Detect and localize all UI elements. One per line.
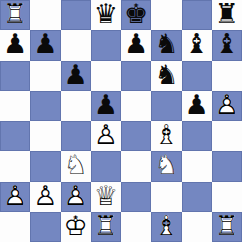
square-g2[interactable] [182,182,212,212]
black-pawn-glyph: ♟ [124,30,148,59]
square-h6[interactable] [212,61,242,91]
square-g3[interactable] [182,151,212,181]
piece-black-pawn[interactable]: ♟ [30,30,60,60]
square-e5[interactable] [121,91,151,121]
square-d3[interactable] [91,151,121,181]
black-pawn-glyph: ♟ [185,91,209,120]
piece-black-rook[interactable]: ♜ [212,0,242,30]
square-d7[interactable] [91,30,121,60]
square-a2[interactable]: ♟♙ [0,182,30,212]
piece-black-pawn[interactable]: ♟ [121,30,151,60]
piece-white-bishop[interactable]: ♝♗ [151,212,181,242]
piece-white-pawn[interactable]: ♟♙ [91,121,121,151]
square-g5[interactable]: ♟ [182,91,212,121]
square-d8[interactable]: ♛ [91,0,121,30]
black-pawn-glyph: ♟ [94,91,118,120]
square-f6[interactable]: ♞ [151,61,181,91]
square-c8[interactable] [61,0,91,30]
piece-black-queen[interactable]: ♛ [91,0,121,30]
chess-board: ♜♖♛♚♜♟♟♟♞♝♝♟♞♟♟♟♙♟♙♝♗♞♘♞♘♟♙♟♙♟♙♛♕♚♔♜♖♝♗♜… [0,0,242,242]
square-c7[interactable] [61,30,91,60]
square-c3[interactable]: ♞♘ [61,151,91,181]
square-d4[interactable]: ♟♙ [91,121,121,151]
square-e2[interactable] [121,182,151,212]
square-h8[interactable]: ♜ [212,0,242,30]
white-pawn-outline-glyph: ♙ [3,182,27,211]
square-a7[interactable]: ♟ [0,30,30,60]
black-king-glyph: ♚ [124,0,148,29]
square-h1[interactable]: ♜♖ [212,212,242,242]
square-b5[interactable] [30,91,60,121]
square-a3[interactable] [0,151,30,181]
white-pawn-outline-glyph: ♙ [94,121,118,150]
square-b8[interactable] [30,0,60,30]
square-a8[interactable]: ♜♖ [0,0,30,30]
square-d2[interactable]: ♛♕ [91,182,121,212]
piece-black-king[interactable]: ♚ [121,0,151,30]
square-f7[interactable]: ♞ [151,30,181,60]
square-g6[interactable] [182,61,212,91]
square-e7[interactable]: ♟ [121,30,151,60]
piece-white-knight[interactable]: ♞♘ [61,151,91,181]
black-pawn-glyph: ♟ [33,30,57,59]
piece-white-pawn[interactable]: ♟♙ [61,182,91,212]
square-e8[interactable]: ♚ [121,0,151,30]
white-pawn-outline-glyph: ♙ [64,182,88,211]
piece-black-knight[interactable]: ♞ [151,30,181,60]
square-c1[interactable]: ♚♔ [61,212,91,242]
piece-black-bishop[interactable]: ♝ [182,30,212,60]
square-b3[interactable] [30,151,60,181]
white-rook-outline-glyph: ♖ [94,212,118,241]
square-g4[interactable] [182,121,212,151]
square-e1[interactable] [121,212,151,242]
square-g1[interactable] [182,212,212,242]
square-e3[interactable] [121,151,151,181]
square-h7[interactable]: ♝ [212,30,242,60]
piece-white-knight[interactable]: ♞♘ [151,151,181,181]
black-knight-glyph: ♞ [154,30,178,59]
piece-white-pawn[interactable]: ♟♙ [30,182,60,212]
square-f8[interactable] [151,0,181,30]
square-b2[interactable]: ♟♙ [30,182,60,212]
piece-white-king[interactable]: ♚♔ [61,212,91,242]
black-knight-glyph: ♞ [154,61,178,90]
square-g8[interactable] [182,0,212,30]
piece-white-pawn[interactable]: ♟♙ [0,182,30,212]
square-e4[interactable] [121,121,151,151]
white-king-outline-glyph: ♔ [64,212,88,241]
square-f5[interactable] [151,91,181,121]
square-a1[interactable] [0,212,30,242]
piece-black-pawn[interactable]: ♟ [91,91,121,121]
black-bishop-glyph: ♝ [215,30,239,59]
black-queen-glyph: ♛ [94,0,118,29]
square-h4[interactable] [212,121,242,151]
piece-white-bishop[interactable]: ♝♗ [151,121,181,151]
square-b6[interactable] [30,61,60,91]
piece-black-bishop[interactable]: ♝ [212,30,242,60]
square-e6[interactable] [121,61,151,91]
white-pawn-outline-glyph: ♙ [215,91,239,120]
black-rook-glyph: ♜ [215,0,239,29]
square-a6[interactable] [0,61,30,91]
white-rook-outline-glyph: ♖ [215,212,239,241]
square-h3[interactable] [212,151,242,181]
square-b1[interactable] [30,212,60,242]
white-queen-outline-glyph: ♕ [94,182,118,211]
square-c2[interactable]: ♟♙ [61,182,91,212]
square-h2[interactable] [212,182,242,212]
square-d6[interactable] [91,61,121,91]
square-g7[interactable]: ♝ [182,30,212,60]
square-a5[interactable] [0,91,30,121]
square-a4[interactable] [0,121,30,151]
square-d5[interactable]: ♟ [91,91,121,121]
piece-white-rook[interactable]: ♜♖ [91,212,121,242]
black-pawn-glyph: ♟ [64,61,88,90]
square-f2[interactable] [151,182,181,212]
chess-board-container: ♜♖♛♚♜♟♟♟♞♝♝♟♞♟♟♟♙♟♙♝♗♞♘♞♘♟♙♟♙♟♙♛♕♚♔♜♖♝♗♜… [0,0,242,242]
piece-white-pawn[interactable]: ♟♙ [212,91,242,121]
white-bishop-outline-glyph: ♗ [154,121,178,150]
square-b4[interactable] [30,121,60,151]
piece-black-knight[interactable]: ♞ [151,61,181,91]
piece-black-pawn[interactable]: ♟ [182,91,212,121]
white-bishop-outline-glyph: ♗ [154,212,178,241]
square-b7[interactable]: ♟ [30,30,60,60]
square-c6[interactable]: ♟ [61,61,91,91]
black-bishop-glyph: ♝ [185,30,209,59]
square-f1[interactable]: ♝♗ [151,212,181,242]
white-knight-outline-glyph: ♘ [154,151,178,180]
square-d1[interactable]: ♜♖ [91,212,121,242]
square-c4[interactable] [61,121,91,151]
white-rook-outline-glyph: ♖ [3,0,27,29]
piece-black-pawn[interactable]: ♟ [0,30,30,60]
piece-white-rook[interactable]: ♜♖ [212,212,242,242]
square-f3[interactable]: ♞♘ [151,151,181,181]
piece-black-pawn[interactable]: ♟ [61,61,91,91]
white-knight-outline-glyph: ♘ [64,151,88,180]
square-c5[interactable] [61,91,91,121]
white-pawn-outline-glyph: ♙ [33,182,57,211]
black-pawn-glyph: ♟ [3,30,27,59]
square-f4[interactable]: ♝♗ [151,121,181,151]
piece-white-rook[interactable]: ♜♖ [0,0,30,30]
piece-white-queen[interactable]: ♛♕ [91,182,121,212]
square-h5[interactable]: ♟♙ [212,91,242,121]
